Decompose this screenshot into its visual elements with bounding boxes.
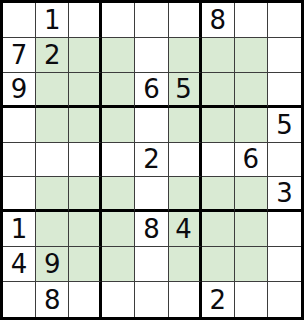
cell-r3c1-given-digit[interactable]: 9	[3, 73, 36, 108]
cell-r2c3[interactable]	[69, 38, 102, 73]
cell-r5c5-given-digit[interactable]: 2	[135, 143, 168, 178]
cell-r1c4[interactable]	[102, 3, 135, 38]
cell-r2c5[interactable]	[135, 38, 168, 73]
cell-r2c8[interactable]	[235, 38, 268, 73]
cell-r5c8-given-digit[interactable]: 6	[235, 143, 268, 178]
cell-r8c1-given-digit[interactable]: 4	[3, 247, 36, 282]
cell-r4c7[interactable]	[202, 108, 235, 143]
cell-r9c3[interactable]	[69, 282, 102, 317]
cell-r1c5[interactable]	[135, 3, 168, 38]
cell-r7c7[interactable]	[202, 212, 235, 247]
cell-r5c6[interactable]	[169, 143, 202, 178]
cell-r1c2-given-digit[interactable]: 1	[36, 3, 69, 38]
cell-r5c1[interactable]	[3, 143, 36, 178]
cell-r1c7-given-digit[interactable]: 8	[202, 3, 235, 38]
cell-r6c5[interactable]	[135, 177, 168, 212]
sudoku-board: 187296552631844982	[0, 0, 304, 320]
cell-r9c2-given-digit[interactable]: 8	[36, 282, 69, 317]
cell-r5c4[interactable]	[102, 143, 135, 178]
cell-r9c6[interactable]	[169, 282, 202, 317]
cell-r8c6[interactable]	[169, 247, 202, 282]
cell-r4c9-given-digit[interactable]: 5	[268, 108, 301, 143]
cell-r5c2[interactable]	[36, 143, 69, 178]
cell-r4c4[interactable]	[102, 108, 135, 143]
cell-r8c9[interactable]	[268, 247, 301, 282]
cell-r8c5[interactable]	[135, 247, 168, 282]
cell-r4c1[interactable]	[3, 108, 36, 143]
cell-r7c9[interactable]	[268, 212, 301, 247]
cell-r6c9-given-digit[interactable]: 3	[268, 177, 301, 212]
cell-r8c2-given-digit[interactable]: 9	[36, 247, 69, 282]
cell-r6c2[interactable]	[36, 177, 69, 212]
cell-r6c1[interactable]	[3, 177, 36, 212]
cell-r2c6[interactable]	[169, 38, 202, 73]
cell-r5c7[interactable]	[202, 143, 235, 178]
cell-r4c5[interactable]	[135, 108, 168, 143]
cell-r7c6-given-digit[interactable]: 4	[169, 212, 202, 247]
cell-r9c4[interactable]	[102, 282, 135, 317]
cell-r7c2[interactable]	[36, 212, 69, 247]
cell-r8c4[interactable]	[102, 247, 135, 282]
cell-r3c6-given-digit[interactable]: 5	[169, 73, 202, 108]
cell-r8c8[interactable]	[235, 247, 268, 282]
cell-r6c4[interactable]	[102, 177, 135, 212]
cell-r8c3[interactable]	[69, 247, 102, 282]
cell-r4c2[interactable]	[36, 108, 69, 143]
cell-r9c1[interactable]	[3, 282, 36, 317]
cell-r7c8[interactable]	[235, 212, 268, 247]
cell-r1c8[interactable]	[235, 3, 268, 38]
cell-r2c7[interactable]	[202, 38, 235, 73]
cell-r2c2-given-digit[interactable]: 2	[36, 38, 69, 73]
cell-r1c6[interactable]	[169, 3, 202, 38]
cell-r5c9[interactable]	[268, 143, 301, 178]
cell-r9c8[interactable]	[235, 282, 268, 317]
cell-r7c5-given-digit[interactable]: 8	[135, 212, 168, 247]
cell-r2c4[interactable]	[102, 38, 135, 73]
cell-r3c4[interactable]	[102, 73, 135, 108]
cell-r7c4[interactable]	[102, 212, 135, 247]
cell-r3c3[interactable]	[69, 73, 102, 108]
cell-r3c2[interactable]	[36, 73, 69, 108]
cell-r9c9[interactable]	[268, 282, 301, 317]
cell-r3c8[interactable]	[235, 73, 268, 108]
cell-r9c7-given-digit[interactable]: 2	[202, 282, 235, 317]
cell-r8c7[interactable]	[202, 247, 235, 282]
cell-r1c3[interactable]	[69, 3, 102, 38]
cell-r4c3[interactable]	[69, 108, 102, 143]
cell-r2c1-given-digit[interactable]: 7	[3, 38, 36, 73]
cell-r4c6[interactable]	[169, 108, 202, 143]
cell-r5c3[interactable]	[69, 143, 102, 178]
cell-r6c8[interactable]	[235, 177, 268, 212]
cell-r4c8[interactable]	[235, 108, 268, 143]
cell-r1c1[interactable]	[3, 3, 36, 38]
cell-r3c9[interactable]	[268, 73, 301, 108]
cell-r6c6[interactable]	[169, 177, 202, 212]
cell-r6c7[interactable]	[202, 177, 235, 212]
cell-r2c9[interactable]	[268, 38, 301, 73]
cell-r7c3[interactable]	[69, 212, 102, 247]
cell-r7c1-given-digit[interactable]: 1	[3, 212, 36, 247]
cell-r6c3[interactable]	[69, 177, 102, 212]
cell-r1c9[interactable]	[268, 3, 301, 38]
cell-r3c7[interactable]	[202, 73, 235, 108]
cell-r9c5[interactable]	[135, 282, 168, 317]
cell-r3c5-given-digit[interactable]: 6	[135, 73, 168, 108]
